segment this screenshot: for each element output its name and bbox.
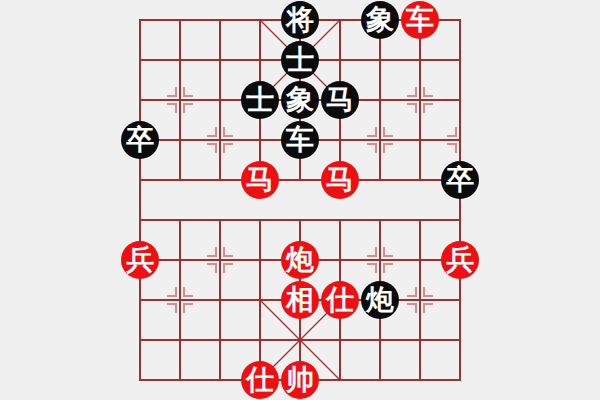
- piece-glyph: 象: [286, 81, 314, 119]
- piece-glyph: 卒: [126, 121, 154, 159]
- piece-glyph: 车: [406, 1, 434, 39]
- piece-black-soldier[interactable]: 卒: [441, 161, 479, 199]
- piece-glyph: 马: [326, 81, 354, 119]
- piece-red-chariot[interactable]: 车: [401, 1, 439, 39]
- piece-glyph: 卒: [446, 161, 474, 199]
- piece-black-advisor[interactable]: 士: [241, 81, 279, 119]
- piece-glyph: 仕: [246, 361, 274, 399]
- piece-glyph: 士: [286, 41, 314, 79]
- piece-black-cannon[interactable]: 炮: [361, 281, 399, 319]
- piece-black-soldier[interactable]: 卒: [121, 121, 159, 159]
- piece-red-general[interactable]: 帅: [281, 361, 319, 399]
- piece-red-cannon[interactable]: 炮: [281, 241, 319, 279]
- piece-black-horse[interactable]: 马: [321, 81, 359, 119]
- piece-glyph: 炮: [286, 241, 314, 279]
- piece-glyph: 仕: [326, 281, 354, 319]
- piece-glyph: 兵: [446, 241, 474, 279]
- piece-red-soldier[interactable]: 兵: [121, 241, 159, 279]
- piece-black-elephant[interactable]: 象: [361, 1, 399, 39]
- piece-glyph: 炮: [366, 281, 394, 319]
- piece-glyph: 马: [326, 161, 354, 199]
- piece-black-advisor[interactable]: 士: [281, 41, 319, 79]
- piece-black-chariot[interactable]: 车: [281, 121, 319, 159]
- piece-glyph: 士: [246, 81, 274, 119]
- piece-glyph: 将: [286, 1, 314, 39]
- piece-glyph: 帅: [286, 361, 314, 399]
- piece-red-soldier[interactable]: 兵: [441, 241, 479, 279]
- piece-red-horse[interactable]: 马: [321, 161, 359, 199]
- piece-glyph: 马: [246, 161, 274, 199]
- piece-red-advisor[interactable]: 仕: [241, 361, 279, 399]
- piece-glyph: 兵: [126, 241, 154, 279]
- piece-red-horse[interactable]: 马: [241, 161, 279, 199]
- piece-black-general[interactable]: 将: [281, 1, 319, 39]
- piece-black-elephant[interactable]: 象: [281, 81, 319, 119]
- piece-red-advisor[interactable]: 仕: [321, 281, 359, 319]
- xiangqi-app: 将象车士士象马卒车马马卒兵炮兵相仕炮仕帅: [0, 0, 600, 400]
- piece-glyph: 车: [286, 121, 314, 159]
- piece-red-elephant[interactable]: 相: [281, 281, 319, 319]
- piece-glyph: 象: [366, 1, 394, 39]
- piece-layer: 将象车士士象马卒车马马卒兵炮兵相仕炮仕帅: [120, 0, 480, 400]
- piece-glyph: 相: [286, 281, 314, 319]
